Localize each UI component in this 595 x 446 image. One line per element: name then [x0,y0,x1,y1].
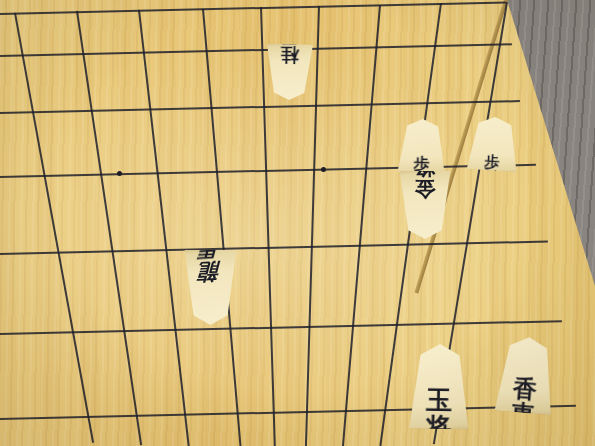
piece-kanji: 桂 [281,46,299,64]
piece-kanji: 玉 [426,387,452,413]
star-point [117,171,122,176]
piece-kanji: 歩 [413,156,430,173]
piece-kanji: 金 [415,179,436,200]
star-point [321,167,326,172]
piece-kanji: 龍 [199,261,221,284]
shogi-board-photo: 桂馬歩兵歩兵金将龍馬玉将香車 [0,0,595,446]
